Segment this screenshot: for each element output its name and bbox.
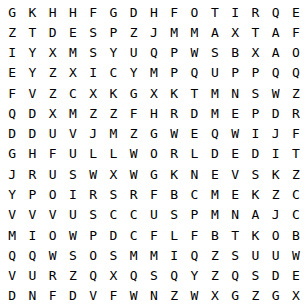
grid-cell-r15c7[interactable]: W	[124, 286, 144, 306]
grid-cell-r11c2[interactable]: V	[22, 205, 42, 225]
grid-cell-r10c6[interactable]: S	[103, 184, 123, 204]
grid-cell-r15c11[interactable]: X	[205, 286, 225, 306]
grid-cell-r10c1[interactable]: Y	[2, 184, 22, 204]
grid-cell-r2c4[interactable]: E	[63, 22, 83, 42]
grid-cell-r1c11[interactable]: T	[205, 2, 225, 22]
grid-cell-r8c1[interactable]: G	[2, 144, 22, 164]
grid-cell-r8c4[interactable]: U	[63, 144, 83, 164]
grid-cell-r7c15[interactable]: F	[286, 124, 306, 144]
grid-cell-r11c7[interactable]: C	[124, 205, 144, 225]
grid-cell-r5c14[interactable]: W	[265, 83, 285, 103]
grid-cell-r7c12[interactable]: W	[225, 124, 245, 144]
grid-cell-r11c15[interactable]: C	[286, 205, 306, 225]
grid-cell-r2c5[interactable]: S	[83, 22, 103, 42]
grid-cell-r3c1[interactable]: I	[2, 43, 22, 63]
grid-cell-r3c9[interactable]: P	[164, 43, 184, 63]
grid-cell-r13c12[interactable]: S	[225, 245, 245, 265]
grid-cell-r10c5[interactable]: R	[83, 184, 103, 204]
grid-cell-r8c13[interactable]: D	[245, 144, 265, 164]
grid-cell-r2c2[interactable]: T	[22, 22, 42, 42]
grid-cell-r2c14[interactable]: A	[265, 22, 285, 42]
grid-cell-r4c6[interactable]: C	[103, 63, 123, 83]
grid-cell-r9c4[interactable]: S	[63, 164, 83, 184]
grid-cell-r5c2[interactable]: V	[22, 83, 42, 103]
grid-cell-r11c13[interactable]: A	[245, 205, 265, 225]
grid-cell-r5c8[interactable]: X	[144, 83, 164, 103]
grid-cell-r13c11[interactable]: Z	[205, 245, 225, 265]
grid-cell-r13c15[interactable]: W	[286, 245, 306, 265]
grid-cell-r4c7[interactable]: Y	[124, 63, 144, 83]
grid-cell-r13c1[interactable]: Q	[2, 245, 22, 265]
grid-cell-r2c13[interactable]: T	[245, 22, 265, 42]
grid-cell-r14c13[interactable]: S	[245, 265, 265, 285]
grid-cell-r7c5[interactable]: J	[83, 124, 103, 144]
grid-cell-r8c5[interactable]: L	[83, 144, 103, 164]
grid-cell-r5c7[interactable]: G	[124, 83, 144, 103]
grid-cell-r4c12[interactable]: P	[225, 63, 245, 83]
grid-cell-r13c14[interactable]: U	[265, 245, 285, 265]
grid-cell-r5c4[interactable]: C	[63, 83, 83, 103]
grid-cell-r4c10[interactable]: Q	[184, 63, 204, 83]
grid-cell-r14c15[interactable]: E	[286, 265, 306, 285]
grid-cell-r5c11[interactable]: M	[205, 83, 225, 103]
grid-cell-r12c8[interactable]: F	[144, 225, 164, 245]
grid-cell-r13c6[interactable]: S	[103, 245, 123, 265]
grid-cell-r3c4[interactable]: M	[63, 43, 83, 63]
grid-cell-r13c9[interactable]: I	[164, 245, 184, 265]
grid-cell-r6c15[interactable]: R	[286, 103, 306, 123]
grid-cell-r5c12[interactable]: N	[225, 83, 245, 103]
grid-cell-r8c11[interactable]: D	[205, 144, 225, 164]
grid-cell-r13c13[interactable]: U	[245, 245, 265, 265]
grid-cell-r4c5[interactable]: I	[83, 63, 103, 83]
grid-cell-r4c9[interactable]: P	[164, 63, 184, 83]
grid-cell-r7c11[interactable]: Q	[205, 124, 225, 144]
grid-cell-r12c9[interactable]: L	[164, 225, 184, 245]
grid-cell-r15c4[interactable]: D	[63, 286, 83, 306]
grid-cell-r4c1[interactable]: E	[2, 63, 22, 83]
grid-cell-r6c7[interactable]: F	[124, 103, 144, 123]
grid-cell-r14c10[interactable]: Y	[184, 265, 204, 285]
grid-cell-r10c11[interactable]: M	[205, 184, 225, 204]
grid-cell-r14c5[interactable]: Q	[83, 265, 103, 285]
grid-cell-r3c6[interactable]: Y	[103, 43, 123, 63]
grid-cell-r15c3[interactable]: F	[43, 286, 63, 306]
grid-cell-r9c3[interactable]: U	[43, 164, 63, 184]
grid-cell-r12c2[interactable]: I	[22, 225, 42, 245]
grid-cell-r9c13[interactable]: S	[245, 164, 265, 184]
grid-cell-r4c13[interactable]: P	[245, 63, 265, 83]
grid-cell-r11c1[interactable]: V	[2, 205, 22, 225]
grid-cell-r10c10[interactable]: C	[184, 184, 204, 204]
grid-cell-r8c9[interactable]: R	[164, 144, 184, 164]
grid-cell-r11c4[interactable]: U	[63, 205, 83, 225]
grid-cell-r1c3[interactable]: H	[43, 2, 63, 22]
grid-cell-r15c5[interactable]: V	[83, 286, 103, 306]
grid-cell-r3c8[interactable]: Q	[144, 43, 164, 63]
grid-cell-r12c3[interactable]: O	[43, 225, 63, 245]
grid-cell-r14c14[interactable]: D	[265, 265, 285, 285]
grid-cell-r10c12[interactable]: E	[225, 184, 245, 204]
grid-cell-r15c14[interactable]: G	[265, 286, 285, 306]
grid-cell-r12c10[interactable]: F	[184, 225, 204, 245]
grid-cell-r5c1[interactable]: F	[2, 83, 22, 103]
grid-cell-r14c7[interactable]: Q	[124, 265, 144, 285]
grid-cell-r13c7[interactable]: M	[124, 245, 144, 265]
grid-cell-r10c15[interactable]: C	[286, 184, 306, 204]
grid-cell-r6c12[interactable]: E	[225, 103, 245, 123]
grid-cell-r1c4[interactable]: H	[63, 2, 83, 22]
grid-cell-r10c7[interactable]: R	[124, 184, 144, 204]
grid-cell-r12c13[interactable]: K	[245, 225, 265, 245]
grid-cell-r6c8[interactable]: H	[144, 103, 164, 123]
grid-cell-r7c2[interactable]: D	[22, 124, 42, 144]
grid-cell-r1c6[interactable]: G	[103, 2, 123, 22]
grid-cell-r9c15[interactable]: Z	[286, 164, 306, 184]
grid-cell-r6c5[interactable]: Z	[83, 103, 103, 123]
word-search-grid: GKHHFGDHFOTIRQEZTDESPZJMMAXTAFIYXMSYUQPW…	[0, 0, 306, 306]
grid-cell-r1c5[interactable]: F	[83, 2, 103, 22]
grid-cell-r14c11[interactable]: Z	[205, 265, 225, 285]
grid-cell-r6c14[interactable]: D	[265, 103, 285, 123]
grid-cell-r3c12[interactable]: B	[225, 43, 245, 63]
grid-cell-r4c14[interactable]: Q	[265, 63, 285, 83]
grid-cell-r11c10[interactable]: P	[184, 205, 204, 225]
grid-cell-r11c5[interactable]: S	[83, 205, 103, 225]
grid-cell-r7c13[interactable]: I	[245, 124, 265, 144]
grid-cell-r5c10[interactable]: T	[184, 83, 204, 103]
grid-cell-r7c8[interactable]: G	[144, 124, 164, 144]
grid-cell-r1c12[interactable]: I	[225, 2, 245, 22]
grid-cell-r11c3[interactable]: V	[43, 205, 63, 225]
grid-cell-r6c6[interactable]: Z	[103, 103, 123, 123]
grid-cell-r6c4[interactable]: M	[63, 103, 83, 123]
grid-cell-r4c3[interactable]: Z	[43, 63, 63, 83]
grid-cell-r6c2[interactable]: D	[22, 103, 42, 123]
grid-cell-r7c4[interactable]: V	[63, 124, 83, 144]
grid-cell-r9c9[interactable]: K	[164, 164, 184, 184]
grid-cell-r15c10[interactable]: W	[184, 286, 204, 306]
grid-cell-r1c7[interactable]: D	[124, 2, 144, 22]
grid-cell-r4c15[interactable]: Q	[286, 63, 306, 83]
grid-cell-r9c8[interactable]: G	[144, 164, 164, 184]
grid-cell-r11c6[interactable]: C	[103, 205, 123, 225]
grid-cell-r8c14[interactable]: I	[265, 144, 285, 164]
grid-cell-r10c4[interactable]: I	[63, 184, 83, 204]
grid-cell-r2c3[interactable]: D	[43, 22, 63, 42]
grid-cell-r14c8[interactable]: S	[144, 265, 164, 285]
grid-cell-r3c13[interactable]: X	[245, 43, 265, 63]
grid-cell-r8c7[interactable]: W	[124, 144, 144, 164]
grid-cell-r12c4[interactable]: W	[63, 225, 83, 245]
grid-cell-r3c11[interactable]: S	[205, 43, 225, 63]
grid-cell-r14c6[interactable]: X	[103, 265, 123, 285]
grid-cell-r5c6[interactable]: K	[103, 83, 123, 103]
grid-cell-r7c9[interactable]: W	[164, 124, 184, 144]
grid-cell-r2c9[interactable]: M	[164, 22, 184, 42]
grid-cell-r8c8[interactable]: O	[144, 144, 164, 164]
grid-cell-r2c12[interactable]: X	[225, 22, 245, 42]
grid-cell-r13c5[interactable]: O	[83, 245, 103, 265]
grid-cell-r14c4[interactable]: Z	[63, 265, 83, 285]
grid-cell-r10c9[interactable]: B	[164, 184, 184, 204]
grid-cell-r5c13[interactable]: S	[245, 83, 265, 103]
grid-cell-r9c5[interactable]: W	[83, 164, 103, 184]
grid-cell-r1c14[interactable]: Q	[265, 2, 285, 22]
grid-cell-r14c3[interactable]: R	[43, 265, 63, 285]
grid-cell-r7c6[interactable]: M	[103, 124, 123, 144]
grid-cell-r9c14[interactable]: K	[265, 164, 285, 184]
grid-cell-r15c12[interactable]: G	[225, 286, 245, 306]
grid-cell-r7c1[interactable]: D	[2, 124, 22, 144]
grid-cell-r3c7[interactable]: U	[124, 43, 144, 63]
grid-cell-r5c15[interactable]: Z	[286, 83, 306, 103]
grid-cell-r4c8[interactable]: M	[144, 63, 164, 83]
grid-cell-r13c8[interactable]: M	[144, 245, 164, 265]
grid-cell-r12c7[interactable]: C	[124, 225, 144, 245]
grid-cell-r8c15[interactable]: T	[286, 144, 306, 164]
grid-cell-r1c15[interactable]: E	[286, 2, 306, 22]
grid-cell-r11c11[interactable]: M	[205, 205, 225, 225]
grid-cell-r10c2[interactable]: P	[22, 184, 42, 204]
grid-cell-r9c6[interactable]: X	[103, 164, 123, 184]
grid-cell-r3c15[interactable]: O	[286, 43, 306, 63]
grid-cell-r10c14[interactable]: Z	[265, 184, 285, 204]
grid-cell-r13c10[interactable]: Q	[184, 245, 204, 265]
grid-cell-r5c9[interactable]: K	[164, 83, 184, 103]
grid-cell-r6c11[interactable]: M	[205, 103, 225, 123]
grid-cell-r12c15[interactable]: B	[286, 225, 306, 245]
grid-cell-r2c6[interactable]: P	[103, 22, 123, 42]
grid-cell-r8c10[interactable]: L	[184, 144, 204, 164]
grid-cell-r12c6[interactable]: D	[103, 225, 123, 245]
grid-cell-r4c2[interactable]: Y	[22, 63, 42, 83]
grid-cell-r10c13[interactable]: K	[245, 184, 265, 204]
grid-cell-r15c8[interactable]: N	[144, 286, 164, 306]
grid-cell-r13c3[interactable]: W	[43, 245, 63, 265]
grid-cell-r15c1[interactable]: D	[2, 286, 22, 306]
grid-cell-r10c3[interactable]: O	[43, 184, 63, 204]
grid-cell-r6c13[interactable]: P	[245, 103, 265, 123]
grid-cell-r14c12[interactable]: Q	[225, 265, 245, 285]
grid-cell-r3c10[interactable]: W	[184, 43, 204, 63]
grid-cell-r9c12[interactable]: V	[225, 164, 245, 184]
grid-cell-r1c2[interactable]: K	[22, 2, 42, 22]
grid-cell-r1c1[interactable]: G	[2, 2, 22, 22]
grid-cell-r2c11[interactable]: A	[205, 22, 225, 42]
grid-cell-r9c11[interactable]: E	[205, 164, 225, 184]
grid-cell-r7c7[interactable]: Z	[124, 124, 144, 144]
grid-cell-r1c9[interactable]: F	[164, 2, 184, 22]
grid-cell-r15c15[interactable]: X	[286, 286, 306, 306]
grid-cell-r9c7[interactable]: W	[124, 164, 144, 184]
grid-cell-r4c11[interactable]: U	[205, 63, 225, 83]
grid-cell-r10c8[interactable]: F	[144, 184, 164, 204]
grid-cell-r8c2[interactable]: H	[22, 144, 42, 164]
grid-cell-r15c6[interactable]: F	[103, 286, 123, 306]
grid-cell-r9c2[interactable]: R	[22, 164, 42, 184]
grid-cell-r12c11[interactable]: B	[205, 225, 225, 245]
grid-cell-r2c8[interactable]: J	[144, 22, 164, 42]
grid-cell-r6c3[interactable]: X	[43, 103, 63, 123]
grid-cell-r1c10[interactable]: O	[184, 2, 204, 22]
grid-cell-r8c12[interactable]: E	[225, 144, 245, 164]
grid-cell-r3c2[interactable]: Y	[22, 43, 42, 63]
grid-cell-r3c3[interactable]: X	[43, 43, 63, 63]
grid-cell-r1c13[interactable]: R	[245, 2, 265, 22]
grid-cell-r8c3[interactable]: F	[43, 144, 63, 164]
grid-cell-r14c1[interactable]: V	[2, 265, 22, 285]
grid-cell-r6c9[interactable]: R	[164, 103, 184, 123]
grid-cell-r13c2[interactable]: Q	[22, 245, 42, 265]
grid-cell-r8c6[interactable]: L	[103, 144, 123, 164]
grid-cell-r11c14[interactable]: J	[265, 205, 285, 225]
grid-cell-r11c9[interactable]: S	[164, 205, 184, 225]
grid-cell-r3c5[interactable]: S	[83, 43, 103, 63]
grid-cell-r6c1[interactable]: Q	[2, 103, 22, 123]
grid-cell-r12c5[interactable]: P	[83, 225, 103, 245]
grid-cell-r14c9[interactable]: Q	[164, 265, 184, 285]
grid-cell-r15c13[interactable]: Z	[245, 286, 265, 306]
grid-cell-r11c12[interactable]: N	[225, 205, 245, 225]
grid-cell-r9c1[interactable]: J	[2, 164, 22, 184]
grid-cell-r7c3[interactable]: U	[43, 124, 63, 144]
grid-cell-r11c8[interactable]: U	[144, 205, 164, 225]
grid-cell-r2c15[interactable]: F	[286, 22, 306, 42]
grid-cell-r3c14[interactable]: A	[265, 43, 285, 63]
grid-cell-r6c10[interactable]: D	[184, 103, 204, 123]
grid-cell-r15c2[interactable]: N	[22, 286, 42, 306]
grid-cell-r14c2[interactable]: U	[22, 265, 42, 285]
grid-cell-r15c9[interactable]: Z	[164, 286, 184, 306]
grid-cell-r5c3[interactable]: Z	[43, 83, 63, 103]
grid-cell-r13c4[interactable]: S	[63, 245, 83, 265]
grid-cell-r2c1[interactable]: Z	[2, 22, 22, 42]
grid-cell-r9c10[interactable]: N	[184, 164, 204, 184]
grid-cell-r2c10[interactable]: M	[184, 22, 204, 42]
grid-cell-r12c12[interactable]: T	[225, 225, 245, 245]
grid-cell-r2c7[interactable]: Z	[124, 22, 144, 42]
grid-cell-r7c14[interactable]: J	[265, 124, 285, 144]
grid-cell-r4c4[interactable]: X	[63, 63, 83, 83]
grid-cell-r12c1[interactable]: M	[2, 225, 22, 245]
grid-cell-r1c8[interactable]: H	[144, 2, 164, 22]
grid-cell-r7c10[interactable]: E	[184, 124, 204, 144]
grid-cell-r12c14[interactable]: O	[265, 225, 285, 245]
grid-cell-r5c5[interactable]: X	[83, 83, 103, 103]
